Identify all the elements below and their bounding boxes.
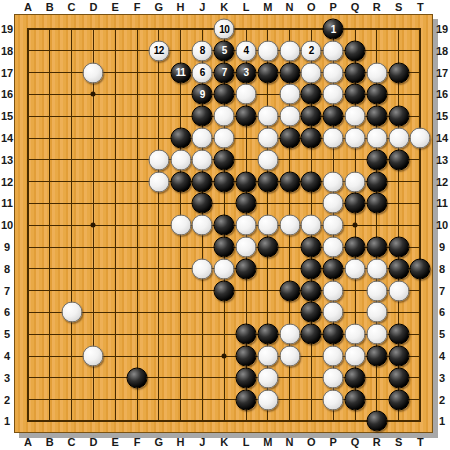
black-stone xyxy=(279,128,300,149)
black-stone xyxy=(388,324,409,345)
white-stone xyxy=(366,128,387,149)
column-label-top: R xyxy=(373,1,381,13)
column-label-bottom: R xyxy=(373,436,381,448)
black-stone xyxy=(345,40,366,61)
black-stone xyxy=(388,389,409,410)
row-label-left: 19 xyxy=(1,23,13,35)
row-label-left: 5 xyxy=(4,328,10,340)
white-stone xyxy=(366,62,387,83)
white-stone xyxy=(323,84,344,105)
column-label-top: N xyxy=(286,1,294,13)
white-stone xyxy=(257,149,278,170)
white-stone xyxy=(323,193,344,214)
row-label-right: 12 xyxy=(436,176,448,188)
black-stone xyxy=(366,346,387,367)
white-stone: 2 xyxy=(301,40,322,61)
row-label-left: 10 xyxy=(1,219,13,231)
white-stone xyxy=(61,302,82,323)
black-stone xyxy=(301,302,322,323)
white-stone: 6 xyxy=(192,62,213,83)
black-stone xyxy=(388,258,409,279)
black-stone xyxy=(301,258,322,279)
row-label-right: 3 xyxy=(439,372,445,384)
white-stone xyxy=(301,215,322,236)
black-stone xyxy=(257,324,278,345)
black-stone xyxy=(257,171,278,192)
column-label-bottom: D xyxy=(89,436,97,448)
white-stone xyxy=(323,40,344,61)
row-label-left: 15 xyxy=(1,110,13,122)
black-stone xyxy=(192,171,213,192)
black-stone xyxy=(236,193,257,214)
white-stone xyxy=(323,128,344,149)
column-label-top: F xyxy=(134,1,141,13)
move-number: 1 xyxy=(331,24,336,34)
column-label-top: P xyxy=(330,1,337,13)
move-number: 9 xyxy=(200,89,205,99)
white-stone xyxy=(345,171,366,192)
row-label-left: 13 xyxy=(1,154,13,166)
black-stone xyxy=(345,193,366,214)
column-label-top: B xyxy=(46,1,54,13)
black-stone xyxy=(366,193,387,214)
grid-horizontal-line xyxy=(27,420,421,422)
white-stone xyxy=(388,128,409,149)
black-stone xyxy=(236,106,257,127)
black-stone: 7 xyxy=(214,62,235,83)
white-stone xyxy=(170,149,191,170)
white-stone: 12 xyxy=(148,40,169,61)
row-label-right: 13 xyxy=(436,154,448,166)
white-stone xyxy=(192,215,213,236)
white-stone xyxy=(279,346,300,367)
black-stone xyxy=(345,62,366,83)
move-number: 6 xyxy=(200,68,205,78)
move-number: 3 xyxy=(243,68,248,78)
move-number: 4 xyxy=(243,46,248,56)
white-stone xyxy=(214,128,235,149)
move-number: 8 xyxy=(200,46,205,56)
move-number: 7 xyxy=(222,68,227,78)
black-stone: 11 xyxy=(170,62,191,83)
black-stone xyxy=(301,106,322,127)
column-label-top: O xyxy=(307,1,316,13)
column-label-bottom: J xyxy=(199,436,205,448)
white-stone xyxy=(236,215,257,236)
white-stone xyxy=(388,280,409,301)
white-stone xyxy=(323,389,344,410)
white-stone xyxy=(323,367,344,388)
white-stone xyxy=(323,62,344,83)
black-stone: 1 xyxy=(323,19,344,40)
white-stone xyxy=(257,346,278,367)
column-label-top: G xyxy=(155,1,164,13)
row-label-left: 17 xyxy=(1,67,13,79)
black-stone xyxy=(388,237,409,258)
row-label-right: 11 xyxy=(436,197,448,209)
white-stone: 10 xyxy=(214,19,235,40)
column-label-top: A xyxy=(24,1,32,13)
black-stone xyxy=(301,84,322,105)
column-label-top: Q xyxy=(351,1,360,13)
black-stone xyxy=(345,389,366,410)
column-label-bottom: G xyxy=(155,436,164,448)
white-stone xyxy=(366,324,387,345)
column-label-bottom: O xyxy=(307,436,316,448)
black-stone xyxy=(279,280,300,301)
black-stone xyxy=(388,367,409,388)
column-label-bottom: A xyxy=(24,436,32,448)
black-stone xyxy=(410,258,431,279)
star-point xyxy=(91,92,96,97)
row-label-right: 10 xyxy=(436,219,448,231)
black-stone xyxy=(345,237,366,258)
black-stone xyxy=(236,389,257,410)
go-board-diagram: AABBCCDDEEFFGGHHJJKKLLMMNNOOPPQQRRSSTT19… xyxy=(0,0,450,450)
column-label-top: E xyxy=(112,1,119,13)
black-stone xyxy=(192,193,213,214)
white-stone xyxy=(366,280,387,301)
column-label-bottom: N xyxy=(286,436,294,448)
black-stone xyxy=(323,324,344,345)
white-stone: 8 xyxy=(192,40,213,61)
row-label-right: 5 xyxy=(439,328,445,340)
black-stone xyxy=(301,128,322,149)
row-label-left: 4 xyxy=(4,350,10,362)
white-stone xyxy=(345,346,366,367)
black-stone: 9 xyxy=(192,84,213,105)
black-stone xyxy=(279,62,300,83)
white-stone xyxy=(192,149,213,170)
white-stone xyxy=(323,171,344,192)
row-label-left: 8 xyxy=(4,263,10,275)
black-stone xyxy=(214,84,235,105)
column-label-bottom: B xyxy=(46,436,54,448)
white-stone xyxy=(323,346,344,367)
row-label-right: 1 xyxy=(439,415,445,427)
row-label-left: 14 xyxy=(1,132,13,144)
column-label-bottom: Q xyxy=(351,436,360,448)
column-label-bottom: M xyxy=(263,436,272,448)
black-stone xyxy=(170,128,191,149)
white-stone xyxy=(236,84,257,105)
row-label-right: 16 xyxy=(436,88,448,100)
column-label-top: H xyxy=(177,1,185,13)
column-label-bottom: L xyxy=(243,436,250,448)
row-label-right: 15 xyxy=(436,110,448,122)
column-label-top: D xyxy=(89,1,97,13)
white-stone xyxy=(345,258,366,279)
white-stone xyxy=(345,128,366,149)
black-stone: 5 xyxy=(214,40,235,61)
black-stone xyxy=(257,237,278,258)
column-label-bottom: H xyxy=(177,436,185,448)
black-stone xyxy=(214,149,235,170)
white-stone xyxy=(257,40,278,61)
row-label-right: 7 xyxy=(439,285,445,297)
black-stone xyxy=(170,171,191,192)
star-point xyxy=(91,223,96,228)
white-stone xyxy=(257,215,278,236)
white-stone xyxy=(148,149,169,170)
white-stone xyxy=(279,324,300,345)
row-label-right: 18 xyxy=(436,45,448,57)
black-stone xyxy=(279,171,300,192)
row-label-left: 3 xyxy=(4,372,10,384)
black-stone xyxy=(388,149,409,170)
white-stone: 4 xyxy=(236,40,257,61)
white-stone xyxy=(366,302,387,323)
column-label-bottom: T xyxy=(417,436,424,448)
white-stone xyxy=(148,171,169,192)
move-number: 2 xyxy=(309,46,314,56)
white-stone xyxy=(192,128,213,149)
black-stone xyxy=(127,367,148,388)
white-stone xyxy=(214,258,235,279)
black-stone xyxy=(214,280,235,301)
black-stone xyxy=(323,106,344,127)
row-label-right: 6 xyxy=(439,306,445,318)
grid-horizontal-line xyxy=(27,312,421,313)
move-number: 11 xyxy=(176,68,186,78)
star-point xyxy=(353,223,358,228)
grid-vertical-line xyxy=(419,28,421,422)
black-stone xyxy=(236,171,257,192)
white-stone xyxy=(345,324,366,345)
black-stone xyxy=(257,62,278,83)
black-stone xyxy=(236,324,257,345)
column-label-top: L xyxy=(243,1,250,13)
black-stone xyxy=(214,237,235,258)
row-label-left: 18 xyxy=(1,45,13,57)
black-stone xyxy=(388,346,409,367)
white-stone xyxy=(83,346,104,367)
star-point xyxy=(222,354,227,359)
black-stone xyxy=(301,324,322,345)
white-stone xyxy=(192,258,213,279)
black-stone xyxy=(323,258,344,279)
black-stone xyxy=(366,106,387,127)
column-label-top: J xyxy=(199,1,205,13)
row-label-left: 2 xyxy=(4,394,10,406)
white-stone xyxy=(214,106,235,127)
white-stone xyxy=(279,106,300,127)
black-stone xyxy=(301,280,322,301)
black-stone xyxy=(345,84,366,105)
column-label-bottom: S xyxy=(395,436,402,448)
column-label-bottom: K xyxy=(220,436,228,448)
white-stone xyxy=(170,215,191,236)
white-stone xyxy=(257,367,278,388)
black-stone xyxy=(214,171,235,192)
white-stone xyxy=(410,128,431,149)
column-label-top: M xyxy=(263,1,272,13)
white-stone xyxy=(279,40,300,61)
white-stone xyxy=(257,128,278,149)
row-label-left: 12 xyxy=(1,176,13,188)
column-label-bottom: P xyxy=(330,436,337,448)
row-label-right: 9 xyxy=(439,241,445,253)
row-label-left: 16 xyxy=(1,88,13,100)
white-stone xyxy=(301,62,322,83)
row-label-left: 11 xyxy=(1,197,13,209)
move-number: 5 xyxy=(222,46,227,56)
black-stone xyxy=(301,171,322,192)
row-label-left: 1 xyxy=(4,415,10,427)
row-label-right: 8 xyxy=(439,263,445,275)
black-stone xyxy=(192,106,213,127)
row-label-left: 7 xyxy=(4,285,10,297)
white-stone xyxy=(323,215,344,236)
row-label-left: 9 xyxy=(4,241,10,253)
black-stone xyxy=(214,215,235,236)
white-stone xyxy=(236,237,257,258)
black-stone xyxy=(366,237,387,258)
black-stone xyxy=(301,237,322,258)
white-stone xyxy=(279,215,300,236)
black-stone xyxy=(236,346,257,367)
white-stone xyxy=(323,280,344,301)
black-stone xyxy=(236,258,257,279)
white-stone xyxy=(83,62,104,83)
black-stone xyxy=(388,106,409,127)
column-label-bottom: C xyxy=(68,436,76,448)
column-label-bottom: F xyxy=(134,436,141,448)
white-stone xyxy=(279,84,300,105)
black-stone: 3 xyxy=(236,62,257,83)
row-label-right: 17 xyxy=(436,67,448,79)
row-label-left: 6 xyxy=(4,306,10,318)
row-label-right: 19 xyxy=(436,23,448,35)
black-stone xyxy=(236,367,257,388)
white-stone xyxy=(257,389,278,410)
black-stone xyxy=(366,171,387,192)
column-label-top: S xyxy=(395,1,402,13)
white-stone xyxy=(257,106,278,127)
black-stone xyxy=(366,84,387,105)
black-stone xyxy=(366,411,387,432)
move-number: 12 xyxy=(154,46,164,56)
move-number: 10 xyxy=(219,24,229,34)
row-label-right: 2 xyxy=(439,394,445,406)
white-stone xyxy=(366,258,387,279)
column-label-bottom: E xyxy=(112,436,119,448)
column-label-top: T xyxy=(417,1,424,13)
row-label-right: 14 xyxy=(436,132,448,144)
black-stone xyxy=(366,149,387,170)
white-stone xyxy=(345,106,366,127)
black-stone xyxy=(388,62,409,83)
row-label-right: 4 xyxy=(439,350,445,362)
column-label-top: C xyxy=(68,1,76,13)
column-label-top: K xyxy=(220,1,228,13)
black-stone xyxy=(345,367,366,388)
white-stone xyxy=(323,302,344,323)
white-stone xyxy=(323,237,344,258)
